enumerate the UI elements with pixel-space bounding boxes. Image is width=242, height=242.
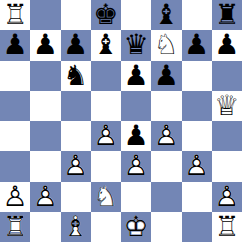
square-d5[interactable] (91, 91, 121, 121)
square-d2[interactable]: ♞♘ (91, 182, 121, 212)
white-rook-piece: ♜♖ (212, 212, 242, 242)
white-knight-piece: ♞♘ (151, 30, 181, 60)
white-queen-piece: ♛♕ (212, 91, 242, 121)
square-b1[interactable] (30, 212, 60, 242)
square-f6[interactable]: ♟ (151, 61, 181, 91)
black-king-piece: ♚ (91, 0, 121, 30)
square-b6[interactable] (30, 61, 60, 91)
white-rook-piece: ♜♖ (0, 0, 30, 30)
square-b3[interactable] (30, 151, 60, 181)
black-queen-piece: ♛ (121, 30, 151, 60)
square-h8[interactable]: ♜ (212, 0, 242, 30)
square-a4[interactable] (0, 121, 30, 151)
square-d1[interactable] (91, 212, 121, 242)
white-pawn-piece: ♟♙ (0, 182, 30, 212)
square-f2[interactable] (151, 182, 181, 212)
square-f8[interactable]: ♝ (151, 0, 181, 30)
black-pawn-piece: ♟ (30, 30, 60, 60)
square-c3[interactable]: ♟♙ (61, 151, 91, 181)
square-a8[interactable]: ♜♖ (0, 0, 30, 30)
square-e3[interactable]: ♟♙ (121, 151, 151, 181)
white-pawn-piece: ♟♙ (121, 151, 151, 181)
piece-outline-layer: ♗ (61, 212, 91, 242)
square-e6[interactable]: ♟ (121, 61, 151, 91)
square-b5[interactable] (30, 91, 60, 121)
piece-outline-layer: ♙ (151, 121, 181, 151)
black-knight-piece: ♞ (61, 61, 91, 91)
square-c7[interactable]: ♟ (61, 30, 91, 60)
square-g2[interactable] (182, 182, 212, 212)
piece-outline-layer: ♕ (212, 91, 242, 121)
square-g6[interactable] (182, 61, 212, 91)
black-pawn-piece: ♟ (212, 30, 242, 60)
square-h7[interactable]: ♟ (212, 30, 242, 60)
square-h1[interactable]: ♜♖ (212, 212, 242, 242)
square-c8[interactable] (61, 0, 91, 30)
square-f3[interactable] (151, 151, 181, 181)
black-pawn-piece: ♟ (121, 61, 151, 91)
piece-outline-layer: ♙ (182, 151, 212, 181)
square-g4[interactable] (182, 121, 212, 151)
square-e7[interactable]: ♛ (121, 30, 151, 60)
white-king-piece: ♚♔ (121, 212, 151, 242)
square-d4[interactable]: ♟♙ (91, 121, 121, 151)
piece-outline-layer: ♙ (91, 121, 121, 151)
square-e8[interactable] (121, 0, 151, 30)
square-e2[interactable] (121, 182, 151, 212)
square-d6[interactable] (91, 61, 121, 91)
piece-outline-layer: ♖ (212, 212, 242, 242)
piece-outline-layer: ♘ (151, 30, 181, 60)
piece-outline-layer: ♖ (0, 0, 30, 30)
square-c4[interactable] (61, 121, 91, 151)
square-g7[interactable]: ♟ (182, 30, 212, 60)
black-pawn-piece: ♟ (61, 30, 91, 60)
black-pawn-piece: ♟ (121, 121, 151, 151)
piece-outline-layer: ♙ (121, 151, 151, 181)
square-f7[interactable]: ♞♘ (151, 30, 181, 60)
square-a3[interactable] (0, 151, 30, 181)
white-bishop-piece: ♝♗ (61, 212, 91, 242)
square-c5[interactable] (61, 91, 91, 121)
square-f5[interactable] (151, 91, 181, 121)
piece-outline-layer: ♖ (0, 212, 30, 242)
white-pawn-piece: ♟♙ (212, 182, 242, 212)
square-c6[interactable]: ♞ (61, 61, 91, 91)
square-b7[interactable]: ♟ (30, 30, 60, 60)
square-g8[interactable] (182, 0, 212, 30)
square-f1[interactable] (151, 212, 181, 242)
square-g5[interactable] (182, 91, 212, 121)
square-c2[interactable] (61, 182, 91, 212)
piece-outline-layer: ♘ (91, 182, 121, 212)
white-pawn-piece: ♟♙ (30, 182, 60, 212)
square-d3[interactable] (91, 151, 121, 181)
white-pawn-piece: ♟♙ (151, 121, 181, 151)
square-a2[interactable]: ♟♙ (0, 182, 30, 212)
white-pawn-piece: ♟♙ (91, 121, 121, 151)
black-bishop-piece: ♝ (151, 0, 181, 30)
black-pawn-piece: ♟ (151, 61, 181, 91)
square-h3[interactable] (212, 151, 242, 181)
square-h2[interactable]: ♟♙ (212, 182, 242, 212)
square-d8[interactable]: ♚ (91, 0, 121, 30)
square-f4[interactable]: ♟♙ (151, 121, 181, 151)
piece-outline-layer: ♔ (121, 212, 151, 242)
piece-outline-layer: ♙ (61, 151, 91, 181)
square-c1[interactable]: ♝♗ (61, 212, 91, 242)
white-rook-piece: ♜♖ (0, 212, 30, 242)
square-b4[interactable] (30, 121, 60, 151)
square-g3[interactable]: ♟♙ (182, 151, 212, 181)
square-a7[interactable]: ♟ (0, 30, 30, 60)
black-bishop-piece: ♝ (91, 30, 121, 60)
square-d7[interactable]: ♝ (91, 30, 121, 60)
square-e1[interactable]: ♚♔ (121, 212, 151, 242)
square-e4[interactable]: ♟ (121, 121, 151, 151)
square-e5[interactable] (121, 91, 151, 121)
square-h6[interactable] (212, 61, 242, 91)
white-pawn-piece: ♟♙ (61, 151, 91, 181)
black-pawn-piece: ♟ (0, 30, 30, 60)
square-a6[interactable] (0, 61, 30, 91)
square-h5[interactable]: ♛♕ (212, 91, 242, 121)
black-pawn-piece: ♟ (182, 30, 212, 60)
piece-outline-layer: ♙ (212, 182, 242, 212)
white-pawn-piece: ♟♙ (182, 151, 212, 181)
square-b8[interactable] (30, 0, 60, 30)
white-knight-piece: ♞♘ (91, 182, 121, 212)
black-rook-piece: ♜ (212, 0, 242, 30)
piece-outline-layer: ♙ (30, 182, 60, 212)
square-h4[interactable] (212, 121, 242, 151)
chess-board: ♜♖♚♝♜♟♟♟♝♛♞♘♟♟♞♟♟♛♕♟♙♟♟♙♟♙♟♙♟♙♟♙♟♙♞♘♟♙♜♖… (0, 0, 242, 242)
square-a1[interactable]: ♜♖ (0, 212, 30, 242)
square-a5[interactable] (0, 91, 30, 121)
piece-outline-layer: ♙ (0, 182, 30, 212)
square-g1[interactable] (182, 212, 212, 242)
square-b2[interactable]: ♟♙ (30, 182, 60, 212)
